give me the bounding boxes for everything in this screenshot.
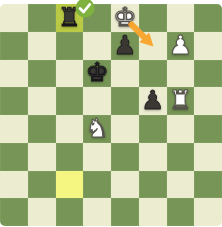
square-a8[interactable] <box>0 4 28 32</box>
square-b3[interactable] <box>28 143 56 171</box>
white-king[interactable]: ♚ <box>113 4 136 32</box>
square-d5[interactable] <box>83 87 111 115</box>
square-h8[interactable] <box>194 4 222 32</box>
square-f3[interactable] <box>139 143 167 171</box>
square-b8[interactable] <box>28 4 56 32</box>
square-d4[interactable]: ♞ <box>83 115 111 143</box>
square-b6[interactable] <box>28 60 56 88</box>
white-pawn[interactable]: ♟ <box>169 32 192 60</box>
square-e8[interactable]: ♚ <box>111 4 139 32</box>
black-pawn[interactable]: ♟ <box>113 32 136 60</box>
square-f1[interactable] <box>139 198 167 226</box>
square-b5[interactable] <box>28 87 56 115</box>
square-h4[interactable] <box>194 115 222 143</box>
square-c1[interactable] <box>56 198 84 226</box>
square-a2[interactable] <box>0 171 28 199</box>
square-d6[interactable]: ♚ <box>83 60 111 88</box>
square-g5[interactable]: ♜ <box>167 87 195 115</box>
square-e5[interactable] <box>111 87 139 115</box>
square-f7[interactable] <box>139 32 167 60</box>
square-b1[interactable] <box>28 198 56 226</box>
white-rook[interactable]: ♜ <box>169 87 192 115</box>
square-c7[interactable] <box>56 32 84 60</box>
square-c8[interactable]: ♜ <box>56 4 84 32</box>
square-d3[interactable] <box>83 143 111 171</box>
square-g7[interactable]: ♟ <box>167 32 195 60</box>
square-f8[interactable] <box>139 4 167 32</box>
square-e3[interactable] <box>111 143 139 171</box>
square-d7[interactable] <box>83 32 111 60</box>
square-c4[interactable] <box>56 115 84 143</box>
white-knight[interactable]: ♞ <box>85 115 108 143</box>
square-c3[interactable] <box>56 143 84 171</box>
chess-board: ♜♚♟♟♚♟♜♞ <box>0 4 222 226</box>
square-a1[interactable] <box>0 198 28 226</box>
square-d1[interactable] <box>83 198 111 226</box>
square-e1[interactable] <box>111 198 139 226</box>
square-h7[interactable] <box>194 32 222 60</box>
square-g2[interactable] <box>167 171 195 199</box>
square-g6[interactable] <box>167 60 195 88</box>
square-e7[interactable]: ♟ <box>111 32 139 60</box>
square-b2[interactable] <box>28 171 56 199</box>
chess-puzzle-screenshot: ♜♚♟♟♚♟♜♞ <box>0 0 222 227</box>
square-a3[interactable] <box>0 143 28 171</box>
square-e2[interactable] <box>111 171 139 199</box>
square-c2[interactable] <box>56 171 84 199</box>
square-g8[interactable] <box>167 4 195 32</box>
square-g4[interactable] <box>167 115 195 143</box>
square-f2[interactable] <box>139 171 167 199</box>
square-c5[interactable] <box>56 87 84 115</box>
square-e6[interactable] <box>111 60 139 88</box>
square-a5[interactable] <box>0 87 28 115</box>
square-b4[interactable] <box>28 115 56 143</box>
square-e4[interactable] <box>111 115 139 143</box>
black-rook[interactable]: ♜ <box>58 4 81 32</box>
square-h3[interactable] <box>194 143 222 171</box>
square-f6[interactable] <box>139 60 167 88</box>
square-a7[interactable] <box>0 32 28 60</box>
square-d8[interactable] <box>83 4 111 32</box>
square-f4[interactable] <box>139 115 167 143</box>
square-d2[interactable] <box>83 171 111 199</box>
square-h1[interactable] <box>194 198 222 226</box>
square-a6[interactable] <box>0 60 28 88</box>
square-c6[interactable] <box>56 60 84 88</box>
square-f5[interactable]: ♟ <box>139 87 167 115</box>
square-h5[interactable] <box>194 87 222 115</box>
black-pawn[interactable]: ♟ <box>141 87 164 115</box>
black-king[interactable]: ♚ <box>85 59 108 87</box>
square-h6[interactable] <box>194 60 222 88</box>
square-h2[interactable] <box>194 171 222 199</box>
square-a4[interactable] <box>0 115 28 143</box>
square-g3[interactable] <box>167 143 195 171</box>
square-b7[interactable] <box>28 32 56 60</box>
square-g1[interactable] <box>167 198 195 226</box>
